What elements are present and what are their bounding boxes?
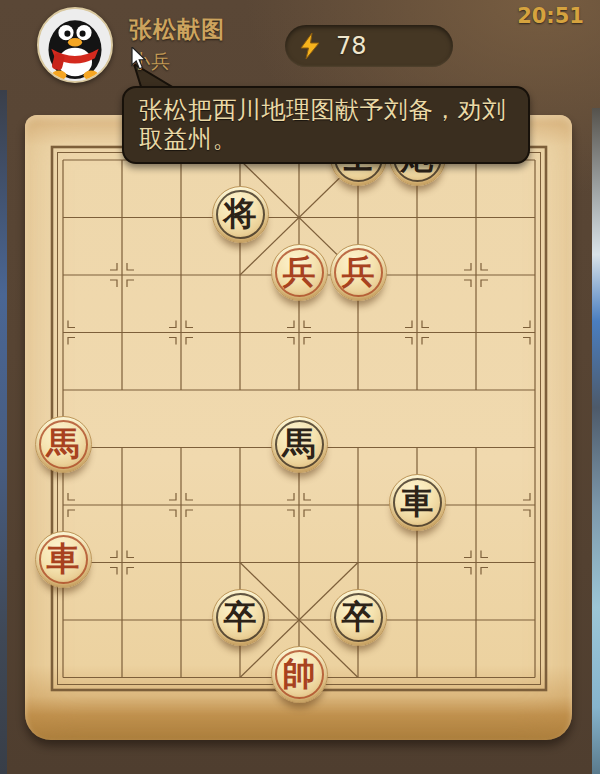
left-edge-strip [0,90,7,774]
lightning-bolt-icon [298,32,322,60]
piece-red-general[interactable]: 帥 [271,646,328,703]
piece-glyph: 兵 [283,255,316,288]
energy-value: 78 [336,32,367,60]
piece-glyph: 兵 [342,255,375,288]
system-clock: 20:51 [517,4,584,28]
mouse-cursor [131,47,148,70]
piece-red-soldier[interactable]: 兵 [330,244,387,301]
piece-glyph: 卒 [342,600,375,633]
piece-glyph: 馬 [47,427,80,460]
game-screen: 士炮将兵兵馬馬車車卒卒帥 张松把西川地理图献予刘备，劝刘取益州。 张松献图 小兵… [0,0,600,774]
piece-red-soldier[interactable]: 兵 [271,244,328,301]
qq-penguin-avatar[interactable] [37,7,113,83]
piece-glyph: 車 [47,542,80,575]
story-speech-bubble: 张松把西川地理图献予刘备，劝刘取益州。 [122,86,530,164]
piece-red-horse[interactable]: 馬 [35,416,92,473]
piece-glyph: 車 [401,485,434,518]
piece-glyph: 将 [224,197,257,230]
piece-black-soldier[interactable]: 卒 [212,589,269,646]
piece-glyph: 帥 [283,657,316,690]
story-text: 张松把西川地理图献予刘备，劝刘取益州。 [139,96,513,154]
piece-black-general[interactable]: 将 [212,186,269,243]
piece-black-horse[interactable]: 馬 [271,416,328,473]
right-edge-strip [592,108,600,774]
piece-red-chariot[interactable]: 車 [35,531,92,588]
piece-black-soldier[interactable]: 卒 [330,589,387,646]
penguin-icon [39,9,111,81]
piece-glyph: 馬 [283,427,316,460]
piece-glyph: 卒 [224,600,257,633]
piece-black-chariot[interactable]: 車 [389,474,446,531]
puzzle-title: 张松献图 [129,14,225,45]
energy-bar: 78 [285,25,453,67]
